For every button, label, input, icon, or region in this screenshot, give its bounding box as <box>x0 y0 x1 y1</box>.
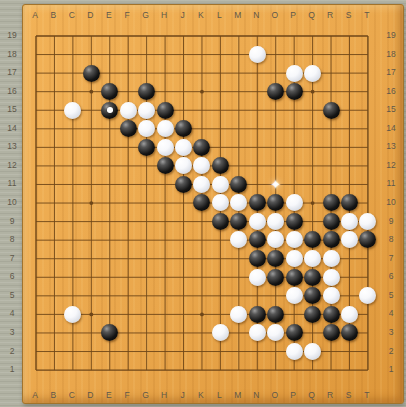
white-stone <box>323 250 340 267</box>
white-stone <box>286 231 303 248</box>
white-stone <box>249 269 266 286</box>
coord-label: 6 <box>389 271 394 281</box>
coord-label: 14 <box>7 123 16 133</box>
coord-label: K <box>198 10 204 20</box>
coord-label: 1 <box>389 364 394 374</box>
black-stone <box>267 194 284 211</box>
coord-label: D <box>87 390 93 400</box>
white-stone <box>341 213 358 230</box>
black-stone <box>267 306 284 323</box>
sparkle-highlight-icon: ✦ <box>266 175 284 194</box>
white-stone <box>286 287 303 304</box>
coord-label: T <box>364 390 369 400</box>
coord-label: 7 <box>389 253 394 263</box>
black-stone <box>249 306 266 323</box>
black-stone <box>323 213 340 230</box>
white-stone <box>249 213 266 230</box>
coord-label: T <box>364 10 369 20</box>
coord-label: 8 <box>389 234 394 244</box>
coord-label: K <box>198 390 204 400</box>
black-stone <box>230 176 247 193</box>
coord-label: M <box>234 10 241 20</box>
coord-label: 18 <box>7 49 16 59</box>
black-stone <box>286 83 303 100</box>
coord-label: O <box>271 390 278 400</box>
black-stone <box>249 194 266 211</box>
coord-label: D <box>87 10 93 20</box>
black-stone <box>323 102 340 119</box>
black-stone <box>249 250 266 267</box>
white-stone <box>230 194 247 211</box>
white-stone <box>212 194 229 211</box>
black-stone <box>304 269 321 286</box>
coord-label: F <box>125 10 130 20</box>
coord-label: R <box>327 390 333 400</box>
coord-label: H <box>161 10 167 20</box>
white-stone <box>193 157 210 174</box>
coord-label: 11 <box>8 178 17 188</box>
white-stone <box>286 250 303 267</box>
board-grid[interactable]: ✦ <box>27 27 377 379</box>
black-stone <box>286 213 303 230</box>
white-stone <box>304 343 321 360</box>
black-stone <box>304 231 321 248</box>
coord-label: 15 <box>7 104 16 114</box>
white-stone <box>64 306 81 323</box>
coord-label: J <box>180 10 184 20</box>
black-stone <box>359 231 376 248</box>
white-stone <box>323 287 340 304</box>
coord-label: P <box>290 10 296 20</box>
white-stone <box>267 213 284 230</box>
black-stone <box>138 83 155 100</box>
black-stone <box>304 287 321 304</box>
coord-label: S <box>346 390 352 400</box>
coord-label: 12 <box>386 160 395 170</box>
white-stone <box>304 250 321 267</box>
coord-label: 17 <box>7 67 16 77</box>
white-stone <box>212 324 229 341</box>
coord-label: 1 <box>10 364 15 374</box>
coord-label: 6 <box>10 271 15 281</box>
black-stone <box>267 269 284 286</box>
black-stone <box>157 102 174 119</box>
coord-label: N <box>253 10 259 20</box>
black-stone <box>323 306 340 323</box>
white-stone <box>138 102 155 119</box>
coord-label: S <box>346 10 352 20</box>
black-stone <box>323 194 340 211</box>
table-background: ✦ AABBCCDDEEFFGGHHJJKKLLMMNNOOPPQQRRSSTT… <box>0 0 406 407</box>
black-stone <box>341 324 358 341</box>
white-stone <box>212 176 229 193</box>
coord-label: F <box>125 390 130 400</box>
white-stone <box>267 324 284 341</box>
coord-label: M <box>234 390 241 400</box>
coord-label: 3 <box>389 327 394 337</box>
black-stone <box>267 250 284 267</box>
white-stone <box>175 139 192 156</box>
coord-label: A <box>32 10 38 20</box>
coord-label: 19 <box>386 30 395 40</box>
black-stone <box>83 65 100 82</box>
coord-label: 8 <box>10 234 15 244</box>
coord-label: 10 <box>386 197 395 207</box>
black-stone <box>101 83 118 100</box>
coord-label: 18 <box>386 49 395 59</box>
black-stone <box>249 231 266 248</box>
black-stone <box>157 157 174 174</box>
white-stone <box>359 287 376 304</box>
white-stone <box>175 157 192 174</box>
white-stone <box>230 231 247 248</box>
coord-label: B <box>51 390 57 400</box>
coord-label: Q <box>308 10 315 20</box>
coord-label: N <box>253 390 259 400</box>
coord-label: G <box>142 390 149 400</box>
coord-label: 13 <box>386 141 395 151</box>
white-stone <box>193 176 210 193</box>
coord-label: 14 <box>386 123 395 133</box>
coord-label: L <box>217 390 222 400</box>
white-stone <box>286 65 303 82</box>
black-stone <box>193 194 210 211</box>
black-stone <box>212 213 229 230</box>
white-stone <box>249 46 266 63</box>
white-stone <box>120 102 137 119</box>
white-stone <box>267 231 284 248</box>
black-stone <box>286 269 303 286</box>
coord-label: B <box>51 10 57 20</box>
coord-label: 9 <box>10 216 15 226</box>
coord-label: 2 <box>10 346 15 356</box>
white-stone <box>341 306 358 323</box>
coord-label: 12 <box>7 160 16 170</box>
coord-label: 17 <box>386 67 395 77</box>
black-stone <box>138 139 155 156</box>
black-stone <box>175 176 192 193</box>
coord-label: O <box>271 10 278 20</box>
coord-label: C <box>69 10 75 20</box>
black-stone <box>101 102 118 119</box>
white-stone <box>230 306 247 323</box>
coord-label: P <box>290 390 296 400</box>
coord-label: 7 <box>10 253 15 263</box>
black-stone <box>212 157 229 174</box>
black-stone <box>323 324 340 341</box>
white-stone <box>249 324 266 341</box>
coord-label: H <box>161 390 167 400</box>
coord-label: 9 <box>389 216 394 226</box>
black-stone <box>193 139 210 156</box>
coord-label: R <box>327 10 333 20</box>
black-stone <box>120 120 137 137</box>
white-stone <box>304 65 321 82</box>
coord-label: E <box>106 390 112 400</box>
white-stone <box>341 231 358 248</box>
coord-label: C <box>69 390 75 400</box>
black-stone <box>101 324 118 341</box>
white-stone <box>286 343 303 360</box>
coord-label: A <box>32 390 38 400</box>
white-stone <box>286 194 303 211</box>
coord-label: J <box>180 390 184 400</box>
white-stone <box>157 139 174 156</box>
white-stone <box>323 269 340 286</box>
goban: ✦ <box>22 4 404 404</box>
coord-label: L <box>217 10 222 20</box>
coord-label: 5 <box>389 290 394 300</box>
coord-label: 16 <box>7 86 16 96</box>
black-stone <box>341 194 358 211</box>
coord-label: 3 <box>10 327 15 337</box>
white-stone <box>157 120 174 137</box>
coord-label: 4 <box>389 308 394 318</box>
coord-label: 16 <box>386 86 395 96</box>
coord-label: 4 <box>10 308 15 318</box>
white-stone <box>359 213 376 230</box>
coord-label: 2 <box>389 346 394 356</box>
coord-label: Q <box>308 390 315 400</box>
coord-label: 15 <box>386 104 395 114</box>
black-stone <box>230 213 247 230</box>
black-stone <box>323 231 340 248</box>
last-move-marker <box>107 107 113 113</box>
black-stone <box>304 306 321 323</box>
coord-label: 5 <box>10 290 15 300</box>
coord-label: 10 <box>7 197 16 207</box>
coord-label: E <box>106 10 112 20</box>
coord-label: 11 <box>387 178 396 188</box>
coord-label: G <box>142 10 149 20</box>
white-stone <box>64 102 81 119</box>
black-stone <box>286 324 303 341</box>
coord-label: 19 <box>7 30 16 40</box>
black-stone <box>175 120 192 137</box>
coord-label: 13 <box>7 141 16 151</box>
black-stone <box>267 83 284 100</box>
white-stone <box>138 120 155 137</box>
